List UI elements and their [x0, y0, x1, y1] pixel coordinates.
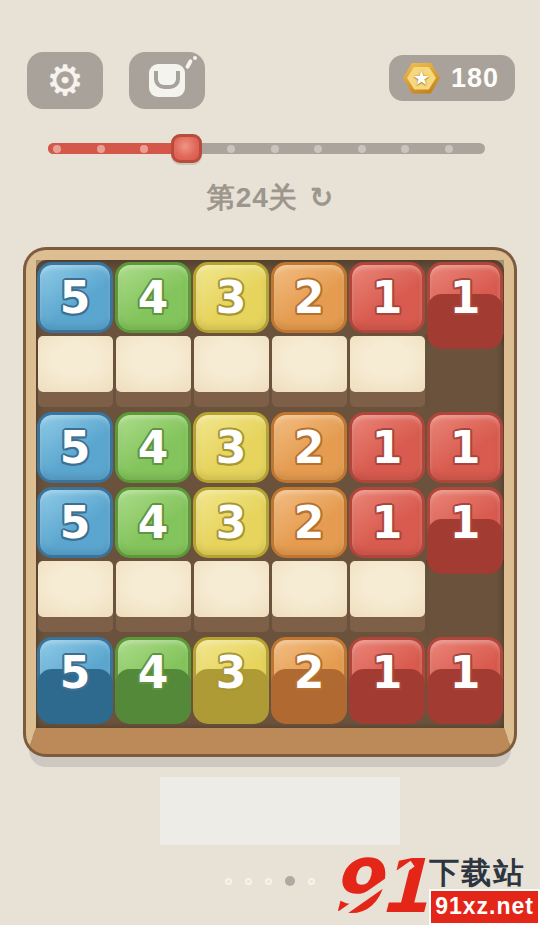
page-dot[interactable] — [225, 878, 232, 885]
tile-4[interactable]: 4 — [115, 412, 191, 483]
empty-floor-cell — [36, 335, 114, 410]
tile-2[interactable]: 2 — [271, 487, 347, 558]
tile-number: 1 — [372, 426, 403, 470]
tile-1[interactable]: 1 — [349, 412, 425, 483]
level-row: 第24关 ↻ — [0, 182, 540, 214]
tile-number: 5 — [60, 426, 91, 470]
level-progress-slider — [48, 133, 485, 165]
slider-milestone-dot — [445, 145, 453, 153]
tile-1[interactable]: 1 — [427, 412, 503, 483]
banner-placeholder — [160, 777, 400, 845]
board-cell: 5 — [36, 410, 114, 485]
tile-1[interactable]: 1 — [349, 262, 425, 333]
floor-surface — [116, 336, 191, 392]
tile-number: 3 — [216, 651, 247, 695]
board-cell: 5 — [36, 260, 114, 335]
board-cell: 1 — [348, 485, 426, 560]
tile-number: 2 — [294, 501, 325, 545]
board-cell: 1 — [348, 260, 426, 335]
board-cell: 3 — [192, 410, 270, 485]
slider-milestone-dot — [140, 145, 148, 153]
tile-4[interactable]: 4 — [115, 487, 191, 558]
board-cell: 1 — [426, 410, 504, 485]
coin-counter[interactable]: ★ 180 — [389, 55, 515, 101]
slider-milestone-dot — [227, 145, 235, 153]
tile-number: 1 — [450, 276, 481, 320]
tile-number: 1 — [372, 276, 403, 320]
empty-floor-cell — [192, 335, 270, 410]
floor-surface — [194, 336, 269, 392]
tile-number: 2 — [294, 651, 325, 695]
floor-surface — [38, 561, 113, 617]
tile-number: 2 — [294, 426, 325, 470]
tile-1[interactable]: 1 — [427, 487, 503, 558]
empty-floor-cell — [192, 560, 270, 635]
game-screen: ⚙ ★ 180 第24关 ↻ 543211543211543211543211 … — [0, 0, 540, 925]
hex-star-coin-icon: ★ — [403, 63, 440, 94]
page-dot-active[interactable] — [285, 876, 295, 886]
floor-surface — [350, 561, 425, 617]
tile-number: 1 — [372, 501, 403, 545]
tile-2[interactable]: 2 — [271, 262, 347, 333]
board-cell: 1 — [426, 260, 504, 335]
board-cell: 2 — [270, 635, 348, 710]
board-cell: 1 — [348, 410, 426, 485]
board-cell: 5 — [36, 485, 114, 560]
watermark-logo: 91 — [330, 854, 429, 919]
floor-surface — [272, 561, 347, 617]
empty-floor-cell — [348, 560, 426, 635]
board-cell: 2 — [270, 410, 348, 485]
empty-floor-cell — [114, 335, 192, 410]
tile-number: 3 — [216, 501, 247, 545]
tile-1[interactable]: 1 — [427, 262, 503, 333]
tile-2[interactable]: 2 — [271, 637, 347, 708]
tile-4[interactable]: 4 — [115, 637, 191, 708]
slider-handle[interactable] — [171, 134, 202, 163]
tile-number: 1 — [450, 426, 481, 470]
tile-number: 1 — [450, 651, 481, 695]
slider-milestone-dot — [401, 145, 409, 153]
board-cell: 4 — [114, 260, 192, 335]
empty-floor-cell — [270, 335, 348, 410]
page-dot[interactable] — [245, 878, 252, 885]
page-dot[interactable] — [308, 878, 315, 885]
watermark: 91 下载站 91xz.net — [330, 854, 540, 925]
tile-number: 1 — [372, 651, 403, 695]
floor-surface — [38, 336, 113, 392]
board-cell: 1 — [348, 635, 426, 710]
shop-button[interactable] — [129, 52, 205, 109]
tile-number: 1 — [450, 501, 481, 545]
tile-4[interactable]: 4 — [115, 262, 191, 333]
tile-1[interactable]: 1 — [427, 637, 503, 708]
level-label: 第24关 — [207, 179, 298, 217]
sparkle-icon — [193, 56, 197, 60]
tile-5[interactable]: 5 — [37, 262, 113, 333]
tile-number: 4 — [138, 501, 169, 545]
board-cell: 1 — [426, 635, 504, 710]
tile-number: 4 — [138, 426, 169, 470]
floor-surface — [272, 336, 347, 392]
tile-2[interactable]: 2 — [271, 412, 347, 483]
tile-3[interactable]: 3 — [193, 637, 269, 708]
tile-number: 5 — [60, 501, 91, 545]
gear-icon: ⚙ — [46, 60, 84, 102]
empty-floor-cell — [348, 335, 426, 410]
watermark-site-name: 下载站 — [429, 854, 540, 889]
floor-surface — [350, 336, 425, 392]
floor-surface — [194, 561, 269, 617]
tile-3[interactable]: 3 — [193, 262, 269, 333]
refresh-icon[interactable]: ↻ — [310, 184, 333, 212]
sparkle-icon — [185, 59, 193, 70]
empty-floor-cell — [270, 560, 348, 635]
page-dot[interactable] — [265, 878, 272, 885]
tile-number: 5 — [60, 276, 91, 320]
empty-floor-cell — [36, 560, 114, 635]
star-icon: ★ — [413, 68, 431, 88]
tile-number: 5 — [60, 651, 91, 695]
board-cell: 2 — [270, 260, 348, 335]
tile-5[interactable]: 5 — [37, 637, 113, 708]
shop-bag-icon — [149, 64, 185, 97]
board-cell: 2 — [270, 485, 348, 560]
floor-surface — [116, 561, 191, 617]
tile-3[interactable]: 3 — [193, 487, 269, 558]
slider-milestone-dot — [271, 145, 279, 153]
tile-number: 4 — [138, 276, 169, 320]
tile-5[interactable]: 5 — [37, 487, 113, 558]
slider-milestone-dot — [314, 145, 322, 153]
tile-1[interactable]: 1 — [349, 487, 425, 558]
tile-1[interactable]: 1 — [349, 637, 425, 708]
slider-milestone-dot — [97, 145, 105, 153]
board-cell: 4 — [114, 410, 192, 485]
slider-milestone-dot — [358, 145, 366, 153]
board-cell: 5 — [36, 635, 114, 710]
empty-floor-cell — [114, 560, 192, 635]
tile-3[interactable]: 3 — [193, 412, 269, 483]
tile-number: 4 — [138, 651, 169, 695]
board-cell: 4 — [114, 635, 192, 710]
tile-number: 3 — [216, 426, 247, 470]
board-grid: 543211543211543211543211 — [36, 260, 504, 728]
board-cell: 3 — [192, 635, 270, 710]
game-board: 543211543211543211543211 — [26, 250, 514, 754]
tile-number: 3 — [216, 276, 247, 320]
watermark-url: 91xz.net — [429, 889, 540, 925]
slider-milestone-dot — [53, 145, 61, 153]
tile-5[interactable]: 5 — [37, 412, 113, 483]
board-cell: 1 — [426, 485, 504, 560]
board-cell: 3 — [192, 260, 270, 335]
settings-button[interactable]: ⚙ — [27, 52, 103, 109]
tile-number: 2 — [294, 276, 325, 320]
board-cell: 3 — [192, 485, 270, 560]
coin-count: 180 — [451, 63, 499, 94]
board-cell: 4 — [114, 485, 192, 560]
